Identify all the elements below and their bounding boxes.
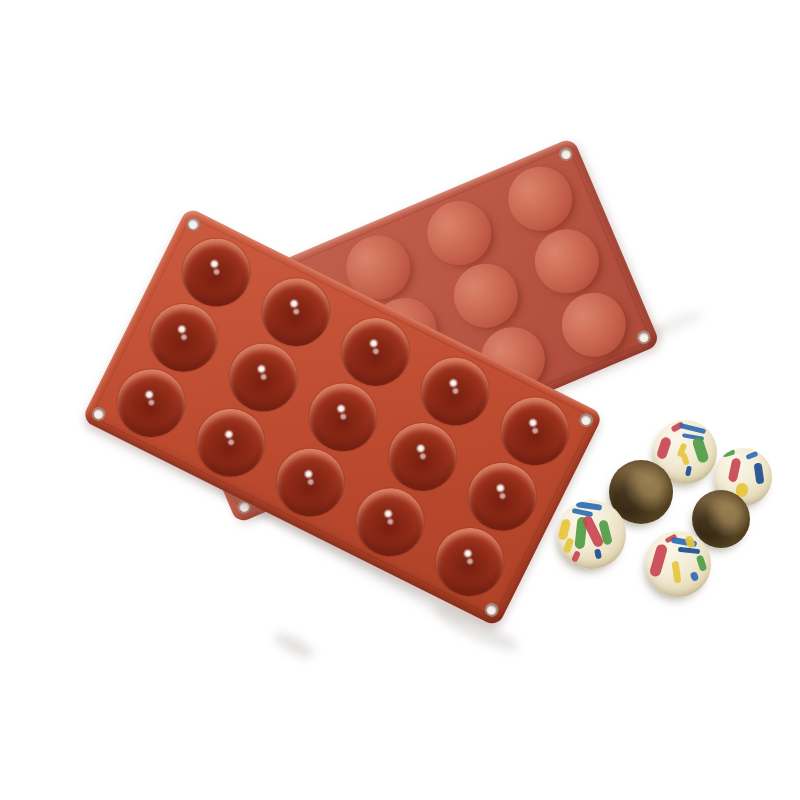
- paint-stroke-darkblue: [685, 466, 692, 477]
- paint-stroke-red: [656, 436, 672, 460]
- paint-stroke-yellow: [558, 518, 572, 540]
- paint-stroke-red: [571, 550, 581, 563]
- paint-stroke-blue: [690, 571, 699, 582]
- paint-stroke-darkblue: [594, 549, 601, 560]
- paint-stroke-red: [728, 458, 742, 484]
- paint-stroke-yellow: [671, 561, 681, 584]
- paint-stroke-green: [722, 449, 736, 458]
- chocolate-group: [0, 0, 800, 800]
- paint-stroke-green: [696, 554, 708, 571]
- paint-stroke-yellow: [681, 453, 690, 466]
- chocolate-white-painted-half-sphere: [557, 500, 626, 569]
- chocolate-white-painted-half-sphere: [645, 531, 711, 597]
- paint-stroke-blue: [746, 451, 759, 460]
- paint-stroke-red: [649, 543, 669, 578]
- product-photo-scene: [0, 0, 800, 800]
- paint-stroke-darkblue: [753, 463, 763, 485]
- paint-stroke-green: [692, 436, 710, 464]
